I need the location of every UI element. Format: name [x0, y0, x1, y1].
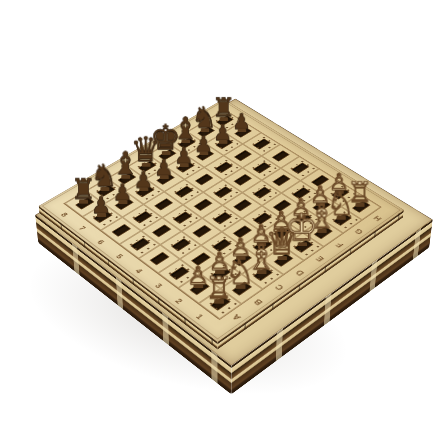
piece-slot-g5: [252, 162, 270, 174]
piece-slot-h6: [252, 139, 270, 150]
piece-slot-g7: [215, 138, 233, 149]
piece-slot-h5: [271, 150, 289, 161]
piece-slot-d6: [174, 186, 193, 198]
piece-slot-h8: [216, 116, 234, 127]
piece-slot-e8: [158, 149, 176, 160]
piece-slot-h7: [234, 127, 252, 138]
piece-slot-f5: [233, 174, 252, 186]
piece-slot-e6: [194, 174, 213, 186]
white-r-glyph: ♖: [205, 273, 232, 303]
piece-slot-c7: [135, 185, 154, 197]
piece-slot-g8: [197, 127, 215, 138]
piece-slot-e5: [213, 186, 232, 198]
piece-slot-g6: [233, 150, 251, 161]
piece-slot-f6: [214, 162, 233, 174]
product-photo-scene: 87654321 ABCDEFGH ♜♞♝♛♚♝♞♜♟♟♟♟♟♟♟♟♙♙♙♙♙♙…: [0, 0, 440, 440]
piece-slot-f7: [196, 150, 214, 161]
piece-slot-f8: [177, 138, 195, 149]
piece-slot-f4: [252, 187, 271, 199]
piece-slot-d8: [138, 161, 157, 173]
piece-slot-d7: [156, 173, 175, 185]
piece-slot-c8: [117, 173, 136, 185]
piece-slot-e7: [176, 161, 195, 173]
piece-slot-g4: [272, 175, 291, 187]
black-p-glyph: ♟: [91, 194, 112, 217]
piece-sprite: ♖: [202, 263, 234, 304]
piece-slot-h4: [291, 163, 309, 175]
piece-sprite: ♟: [86, 184, 116, 217]
